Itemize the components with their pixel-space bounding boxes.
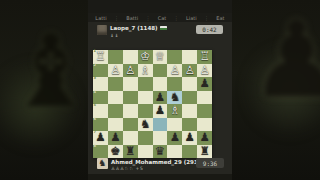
- square-b7[interactable]: ♟: [182, 131, 197, 145]
- rank-coordinate-3: 3: [94, 77, 97, 81]
- square-d3[interactable]: [153, 77, 168, 91]
- square-g8[interactable]: ♚: [108, 145, 123, 159]
- top-player-rating: (1148): [137, 25, 157, 31]
- bottom-player-name: Ahmed_Mohammed_29: [111, 159, 182, 165]
- square-h4[interactable]: 4: [93, 91, 108, 105]
- top-menu-bar: Latti⋮Batti⋮Cat⋮Liati⋮Eat: [88, 13, 232, 22]
- square-d4[interactable]: ♟: [153, 91, 168, 105]
- black-pawn-d4[interactable]: ♟: [155, 92, 165, 104]
- menu-separator: ⋮: [145, 15, 150, 21]
- top-player-avatar[interactable]: [97, 25, 107, 35]
- square-f5[interactable]: [123, 104, 138, 118]
- square-c8[interactable]: [167, 145, 182, 159]
- square-d2[interactable]: [153, 64, 168, 78]
- square-c3[interactable]: [167, 77, 182, 91]
- square-g3[interactable]: [108, 77, 123, 91]
- square-f4[interactable]: [123, 91, 138, 105]
- square-g1[interactable]: [108, 50, 123, 64]
- square-c1[interactable]: [167, 50, 182, 64]
- square-a3[interactable]: ♟: [197, 77, 212, 91]
- white-bishop-e2[interactable]: ♗: [140, 65, 150, 77]
- square-f3[interactable]: [123, 77, 138, 91]
- square-d6[interactable]: [153, 118, 168, 132]
- square-e3[interactable]: [138, 77, 153, 91]
- square-f1[interactable]: [123, 50, 138, 64]
- square-e6[interactable]: ♞: [138, 118, 153, 132]
- square-a4[interactable]: [197, 91, 212, 105]
- captured-icons: ♙♙♙♘♘: [111, 166, 134, 171]
- black-knight-e6[interactable]: ♞: [140, 119, 150, 131]
- menu-item-latti[interactable]: Latti: [95, 15, 106, 21]
- blurred-pawn-backdrop: ♟: [250, 8, 320, 112]
- top-player-name: Laope_7: [110, 25, 135, 31]
- square-f6[interactable]: [123, 118, 138, 132]
- square-e4[interactable]: [138, 91, 153, 105]
- top-player-flag-icon: [160, 26, 167, 31]
- square-e8[interactable]: [138, 145, 153, 159]
- square-a2[interactable]: ♙: [197, 64, 212, 78]
- black-pawn-h7[interactable]: ♟: [95, 132, 105, 144]
- black-king-g8[interactable]: ♚: [110, 146, 120, 158]
- black-rook-f8[interactable]: ♜: [125, 146, 135, 158]
- square-g6[interactable]: [108, 118, 123, 132]
- square-b5[interactable]: [182, 104, 197, 118]
- black-pawn-d5[interactable]: ♟: [155, 105, 165, 117]
- square-c6[interactable]: [167, 118, 182, 132]
- rank-coordinate-4: 4: [94, 91, 97, 95]
- menu-separator: ⋮: [174, 15, 179, 21]
- black-queen-d8[interactable]: ♛: [155, 146, 165, 158]
- square-e2[interactable]: ♗: [138, 64, 153, 78]
- top-player-name-row: Laope_7 (1148): [110, 25, 167, 31]
- square-d1[interactable]: ♕: [153, 50, 168, 64]
- menu-item-cat[interactable]: Cat: [158, 15, 167, 21]
- square-g5[interactable]: [108, 104, 123, 118]
- white-pawn-b2[interactable]: ♙: [185, 65, 195, 77]
- top-player-captured-pieces: ♝♝: [110, 33, 119, 38]
- square-f7[interactable]: [123, 131, 138, 145]
- square-b3[interactable]: [182, 77, 197, 91]
- black-pawn-a3[interactable]: ♟: [199, 78, 209, 90]
- square-h7[interactable]: 7♟: [93, 131, 108, 145]
- square-b1[interactable]: [182, 50, 197, 64]
- menu-item-liati[interactable]: Liati: [186, 15, 197, 21]
- square-f8[interactable]: ♜: [123, 145, 138, 159]
- square-b6[interactable]: [182, 118, 197, 132]
- square-f2[interactable]: ♙: [123, 64, 138, 78]
- square-a1[interactable]: ♖: [197, 50, 212, 64]
- black-pawn-b7[interactable]: ♟: [185, 132, 195, 144]
- bottom-player-clock: 9:36: [196, 158, 224, 168]
- white-pawn-a2[interactable]: ♙: [199, 65, 209, 77]
- material-advantage-badge: +5: [136, 166, 144, 171]
- bottom-player-name-row: Ahmed_Mohammed_29 (293): [111, 159, 209, 165]
- square-h1[interactable]: 1♖: [93, 50, 108, 64]
- square-b4[interactable]: [182, 91, 197, 105]
- square-d7[interactable]: [153, 131, 168, 145]
- square-b2[interactable]: ♙: [182, 64, 197, 78]
- bottom-player-avatar[interactable]: ♞: [97, 158, 108, 169]
- square-d8[interactable]: ♛: [153, 145, 168, 159]
- square-a8[interactable]: ♜: [197, 145, 212, 159]
- strip-top-area: [88, 0, 232, 13]
- square-d5[interactable]: ♟: [153, 104, 168, 118]
- chess-board[interactable]: 1♖♔♕♖2♙♙♗♙♙♙3♟4♟♞5♟♗6♞7♟♟♟♟♟8♚♜♛♜: [93, 50, 212, 158]
- black-pawn-c7[interactable]: ♟: [170, 132, 180, 144]
- square-e7[interactable]: [138, 131, 153, 145]
- rank-coordinate-2: 2: [94, 64, 97, 68]
- menu-item-eat[interactable]: Eat: [216, 15, 224, 21]
- rank-coordinate-5: 5: [94, 104, 97, 108]
- square-a6[interactable]: [197, 118, 212, 132]
- white-pawn-f2[interactable]: ♙: [125, 65, 135, 77]
- menu-separator: ⋮: [204, 15, 209, 21]
- square-h8[interactable]: 8: [93, 145, 108, 159]
- menu-item-batti[interactable]: Batti: [126, 15, 138, 21]
- square-g2[interactable]: ♙: [108, 64, 123, 78]
- black-knight-c4[interactable]: ♞: [170, 92, 180, 104]
- square-g4[interactable]: [108, 91, 123, 105]
- square-a5[interactable]: [197, 104, 212, 118]
- strip-bottom-area: [88, 174, 232, 180]
- rank-coordinate-1: 1: [94, 50, 97, 54]
- top-player-clock: 0:42: [196, 25, 223, 34]
- square-h5[interactable]: 5: [93, 104, 108, 118]
- white-pawn-c2[interactable]: ♙: [170, 65, 180, 77]
- black-rook-a8[interactable]: ♜: [199, 146, 209, 158]
- square-b8[interactable]: [182, 145, 197, 159]
- white-pawn-g2[interactable]: ♙: [110, 65, 120, 77]
- square-c4[interactable]: ♞: [167, 91, 182, 105]
- square-h3[interactable]: 3: [93, 77, 108, 91]
- rank-coordinate-7: 7: [94, 131, 97, 135]
- square-g7[interactable]: ♟: [108, 131, 123, 145]
- bottom-player-captured-pieces: ♙♙♙♘♘ +5: [111, 166, 143, 171]
- square-h2[interactable]: 2: [93, 64, 108, 78]
- white-rook-a1[interactable]: ♖: [199, 51, 209, 63]
- square-c2[interactable]: ♙: [167, 64, 182, 78]
- square-c5[interactable]: ♗: [167, 104, 182, 118]
- white-rook-h1[interactable]: ♖: [95, 51, 105, 63]
- blurred-bishop-backdrop: ♝: [6, 22, 96, 122]
- rank-coordinate-6: 6: [94, 118, 97, 122]
- square-h6[interactable]: 6: [93, 118, 108, 132]
- white-bishop-c5[interactable]: ♗: [170, 105, 180, 117]
- white-king-e1[interactable]: ♔: [140, 51, 150, 63]
- white-queen-d1[interactable]: ♕: [155, 51, 165, 63]
- rank-coordinate-8: 8: [94, 145, 97, 149]
- square-e5[interactable]: [138, 104, 153, 118]
- square-c7[interactable]: ♟: [167, 131, 182, 145]
- menu-separator: ⋮: [114, 15, 119, 21]
- video-frame: ♝ ♟ Latti⋮Batti⋮Cat⋮Liati⋮Eat Laope_7 (1…: [0, 0, 320, 180]
- square-e1[interactable]: ♔: [138, 50, 153, 64]
- black-pawn-a7[interactable]: ♟: [199, 132, 209, 144]
- square-a7[interactable]: ♟: [197, 131, 212, 145]
- black-pawn-g7[interactable]: ♟: [110, 132, 120, 144]
